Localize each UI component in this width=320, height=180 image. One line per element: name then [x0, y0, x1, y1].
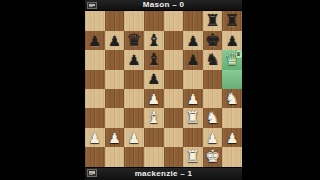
square-h5[interactable]: [222, 70, 242, 89]
square-c5[interactable]: [124, 70, 144, 89]
square-d6[interactable]: ♝: [144, 50, 164, 69]
square-a5[interactable]: [85, 70, 105, 89]
square-f8[interactable]: [183, 11, 203, 30]
chess-board[interactable]: ♜♜♟♟♛♝♟♚♟♟♝♟♞♛♛♟♟♟♞♝♜♞♟♟♟♟♟♜♚: [85, 11, 242, 166]
white-pawn[interactable]: ♟: [203, 128, 223, 147]
white-knight[interactable]: ♞: [222, 89, 242, 108]
white-rook[interactable]: ♜: [183, 108, 203, 127]
square-h3[interactable]: [222, 108, 242, 127]
black-pawn[interactable]: ♟: [124, 50, 144, 69]
square-c6[interactable]: ♟: [124, 50, 144, 69]
square-e2[interactable]: [164, 128, 184, 147]
square-e5[interactable]: [164, 70, 184, 89]
square-d7[interactable]: ♝: [144, 31, 164, 50]
square-g2[interactable]: ♟: [203, 128, 223, 147]
bottom-player-icon: [87, 169, 97, 177]
square-f3[interactable]: ♜: [183, 108, 203, 127]
last-move-badge: ♛: [236, 50, 242, 58]
square-f5[interactable]: [183, 70, 203, 89]
square-g8[interactable]: ♜: [203, 11, 223, 30]
black-pawn[interactable]: ♟: [144, 70, 164, 89]
square-b6[interactable]: [105, 50, 125, 69]
square-f7[interactable]: ♟: [183, 31, 203, 50]
square-h6[interactable]: ♛♛: [222, 50, 242, 69]
square-d2[interactable]: [144, 128, 164, 147]
square-c4[interactable]: [124, 89, 144, 108]
square-h2[interactable]: ♟: [222, 128, 242, 147]
square-b8[interactable]: [105, 11, 125, 30]
black-bishop[interactable]: ♝: [144, 31, 164, 50]
bottom-player-bar: mackenzie – 1: [85, 167, 242, 180]
square-g1[interactable]: ♚: [203, 147, 223, 166]
square-b5[interactable]: [105, 70, 125, 89]
white-pawn[interactable]: ♟: [124, 128, 144, 147]
black-rook[interactable]: ♜: [222, 11, 242, 30]
square-h1[interactable]: [222, 147, 242, 166]
square-f4[interactable]: ♟: [183, 89, 203, 108]
white-rook[interactable]: ♜: [183, 147, 203, 166]
square-g4[interactable]: [203, 89, 223, 108]
square-c2[interactable]: ♟: [124, 128, 144, 147]
square-h7[interactable]: ♟: [222, 31, 242, 50]
square-e6[interactable]: [164, 50, 184, 69]
square-b4[interactable]: [105, 89, 125, 108]
square-c7[interactable]: ♛: [124, 31, 144, 50]
app-canvas: Mason – 0 ♜♜♟♟♛♝♟♚♟♟♝♟♞♛♛♟♟♟♞♝♜♞♟♟♟♟♟♜♚ …: [0, 0, 320, 180]
white-knight[interactable]: ♞: [203, 108, 223, 127]
square-g5[interactable]: [203, 70, 223, 89]
square-b7[interactable]: ♟: [105, 31, 125, 50]
black-pawn[interactable]: ♟: [183, 31, 203, 50]
white-pawn[interactable]: ♟: [144, 89, 164, 108]
square-c1[interactable]: [124, 147, 144, 166]
square-d5[interactable]: ♟: [144, 70, 164, 89]
square-b3[interactable]: [105, 108, 125, 127]
square-b1[interactable]: [105, 147, 125, 166]
square-g7[interactable]: ♚: [203, 31, 223, 50]
square-f1[interactable]: ♜: [183, 147, 203, 166]
top-player-score: Mason – 0: [143, 1, 184, 9]
square-b2[interactable]: ♟: [105, 128, 125, 147]
square-a1[interactable]: [85, 147, 105, 166]
white-pawn[interactable]: ♟: [85, 128, 105, 147]
square-e7[interactable]: [164, 31, 184, 50]
square-h8[interactable]: ♜: [222, 11, 242, 30]
square-d1[interactable]: [144, 147, 164, 166]
white-king[interactable]: ♚: [203, 147, 223, 166]
square-e4[interactable]: [164, 89, 184, 108]
game-panel: Mason – 0 ♜♜♟♟♛♝♟♚♟♟♝♟♞♛♛♟♟♟♞♝♜♞♟♟♟♟♟♜♚ …: [85, 0, 242, 180]
black-pawn[interactable]: ♟: [222, 31, 242, 50]
black-queen[interactable]: ♛: [124, 31, 144, 50]
square-a4[interactable]: [85, 89, 105, 108]
square-a8[interactable]: [85, 11, 105, 30]
top-player-icon: [87, 2, 97, 10]
square-c3[interactable]: [124, 108, 144, 127]
square-d8[interactable]: [144, 11, 164, 30]
black-knight[interactable]: ♞: [203, 50, 223, 69]
square-d3[interactable]: ♝: [144, 108, 164, 127]
square-f2[interactable]: [183, 128, 203, 147]
square-e1[interactable]: [164, 147, 184, 166]
square-a3[interactable]: [85, 108, 105, 127]
square-g3[interactable]: ♞: [203, 108, 223, 127]
black-king[interactable]: ♚: [203, 31, 223, 50]
square-e8[interactable]: [164, 11, 184, 30]
white-pawn[interactable]: ♟: [222, 128, 242, 147]
square-d4[interactable]: ♟: [144, 89, 164, 108]
white-pawn[interactable]: ♟: [183, 89, 203, 108]
top-player-bar: Mason – 0: [85, 0, 242, 11]
square-g6[interactable]: ♞: [203, 50, 223, 69]
square-a6[interactable]: [85, 50, 105, 69]
square-a7[interactable]: ♟: [85, 31, 105, 50]
white-bishop[interactable]: ♝: [144, 108, 164, 127]
bottom-player-score: mackenzie – 1: [135, 170, 193, 178]
black-rook[interactable]: ♜: [203, 11, 223, 30]
square-c8[interactable]: [124, 11, 144, 30]
square-f6[interactable]: ♟: [183, 50, 203, 69]
square-a2[interactable]: ♟: [85, 128, 105, 147]
black-pawn[interactable]: ♟: [183, 50, 203, 69]
black-bishop[interactable]: ♝: [144, 50, 164, 69]
square-e3[interactable]: [164, 108, 184, 127]
black-pawn[interactable]: ♟: [85, 31, 105, 50]
square-h4[interactable]: ♞: [222, 89, 242, 108]
white-pawn[interactable]: ♟: [105, 128, 125, 147]
black-pawn[interactable]: ♟: [105, 31, 125, 50]
